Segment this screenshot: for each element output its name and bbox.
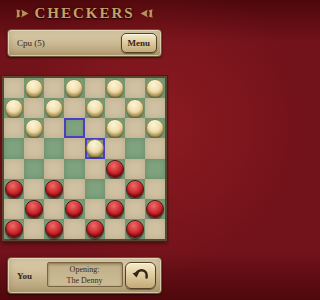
- human-player-label: You: [17, 271, 32, 281]
- square-4-0: [4, 159, 24, 179]
- white-piece[interactable]: [25, 79, 43, 97]
- white-piece[interactable]: [146, 119, 164, 137]
- white-piece[interactable]: [106, 119, 124, 137]
- square-7-4[interactable]: [85, 219, 105, 239]
- square-0-5[interactable]: [105, 78, 125, 98]
- square-3-1: [24, 138, 44, 158]
- white-piece[interactable]: [146, 79, 164, 97]
- square-2-6: [125, 118, 145, 138]
- square-2-4: [85, 118, 105, 138]
- square-3-7: [145, 138, 165, 158]
- opening-status-box: Opening: The Denny: [47, 262, 123, 287]
- square-7-1: [24, 219, 44, 239]
- square-2-2: [44, 118, 64, 138]
- white-piece[interactable]: [86, 99, 104, 117]
- white-piece[interactable]: [65, 79, 83, 97]
- square-0-3[interactable]: [64, 78, 84, 98]
- square-4-6: [125, 159, 145, 179]
- square-3-3: [64, 138, 84, 158]
- white-piece[interactable]: [45, 99, 63, 117]
- square-7-6[interactable]: [125, 219, 145, 239]
- square-4-4: [85, 159, 105, 179]
- checkers-board: [2, 76, 167, 241]
- white-piece[interactable]: [126, 99, 144, 117]
- red-piece[interactable]: [45, 180, 63, 198]
- square-6-3[interactable]: [64, 199, 84, 219]
- square-4-2: [44, 159, 64, 179]
- square-0-4: [85, 78, 105, 98]
- square-5-0[interactable]: [4, 179, 24, 199]
- square-6-1[interactable]: [24, 199, 44, 219]
- square-1-7: [145, 98, 165, 118]
- red-piece[interactable]: [5, 220, 23, 238]
- square-5-7: [145, 179, 165, 199]
- red-piece[interactable]: [126, 180, 144, 198]
- square-5-2[interactable]: [44, 179, 64, 199]
- white-piece[interactable]: [86, 139, 104, 157]
- square-4-5[interactable]: [105, 159, 125, 179]
- red-piece[interactable]: [106, 200, 124, 218]
- opening-label: Opening:: [48, 264, 122, 275]
- square-7-7: [145, 219, 165, 239]
- square-5-4[interactable]: [85, 179, 105, 199]
- square-2-5[interactable]: [105, 118, 125, 138]
- red-piece[interactable]: [45, 220, 63, 238]
- square-2-7[interactable]: [145, 118, 165, 138]
- square-7-2[interactable]: [44, 219, 64, 239]
- white-piece[interactable]: [106, 79, 124, 97]
- square-1-4[interactable]: [85, 98, 105, 118]
- square-4-7[interactable]: [145, 159, 165, 179]
- title-bar: CHECKERS: [0, 0, 169, 26]
- page-title: CHECKERS: [34, 5, 134, 22]
- red-piece[interactable]: [106, 160, 124, 178]
- cpu-player-label: Cpu (5): [17, 38, 45, 48]
- undo-arrow-icon: [132, 267, 149, 285]
- square-1-6[interactable]: [125, 98, 145, 118]
- undo-button[interactable]: [125, 262, 156, 289]
- square-0-2: [44, 78, 64, 98]
- square-2-3[interactable]: [64, 118, 84, 138]
- red-piece[interactable]: [126, 220, 144, 238]
- square-0-0: [4, 78, 24, 98]
- square-1-5: [105, 98, 125, 118]
- square-7-5: [105, 219, 125, 239]
- red-piece[interactable]: [65, 200, 83, 218]
- bottom-status-bar: You Opening: The Denny: [7, 257, 162, 294]
- square-0-7[interactable]: [145, 78, 165, 98]
- square-6-5[interactable]: [105, 199, 125, 219]
- square-1-3: [64, 98, 84, 118]
- square-6-6: [125, 199, 145, 219]
- red-piece[interactable]: [25, 200, 43, 218]
- white-piece[interactable]: [25, 119, 43, 137]
- red-piece[interactable]: [146, 200, 164, 218]
- square-1-1: [24, 98, 44, 118]
- menu-button-label: Menu: [128, 38, 151, 48]
- square-1-0[interactable]: [4, 98, 24, 118]
- opening-name: The Denny: [48, 275, 122, 286]
- square-3-4[interactable]: [85, 138, 105, 158]
- square-3-5: [105, 138, 125, 158]
- white-piece[interactable]: [5, 99, 23, 117]
- square-6-0: [4, 199, 24, 219]
- square-6-7[interactable]: [145, 199, 165, 219]
- square-4-3[interactable]: [64, 159, 84, 179]
- square-5-5: [105, 179, 125, 199]
- fleur-arrow-left-icon: [140, 8, 153, 19]
- square-5-1: [24, 179, 44, 199]
- square-3-2[interactable]: [44, 138, 64, 158]
- red-piece[interactable]: [86, 220, 104, 238]
- square-2-1[interactable]: [24, 118, 44, 138]
- square-6-4: [85, 199, 105, 219]
- fleur-arrow-right-icon: [16, 8, 29, 19]
- square-1-2[interactable]: [44, 98, 64, 118]
- square-2-0: [4, 118, 24, 138]
- square-0-1[interactable]: [24, 78, 44, 98]
- square-4-1[interactable]: [24, 159, 44, 179]
- menu-button[interactable]: Menu: [121, 33, 158, 53]
- square-5-6[interactable]: [125, 179, 145, 199]
- square-7-3: [64, 219, 84, 239]
- square-5-3: [64, 179, 84, 199]
- square-3-6[interactable]: [125, 138, 145, 158]
- square-6-2: [44, 199, 64, 219]
- square-3-0[interactable]: [4, 138, 24, 158]
- square-0-6: [125, 78, 145, 98]
- square-7-0[interactable]: [4, 219, 24, 239]
- top-status-bar: Cpu (5) Menu: [7, 29, 162, 57]
- red-piece[interactable]: [5, 180, 23, 198]
